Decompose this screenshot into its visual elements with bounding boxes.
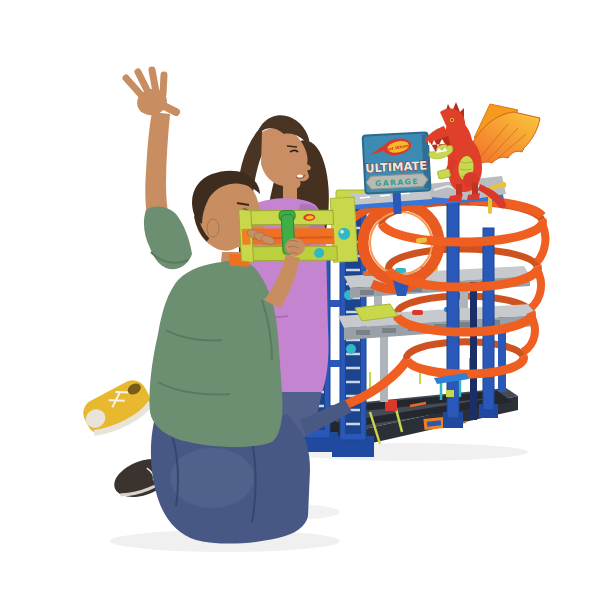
base-hot-wheels-sign: [423, 417, 444, 430]
teal-knob: [346, 344, 356, 354]
crank-knob: [500, 182, 506, 188]
dragon-claw-piece: [437, 169, 450, 179]
scene-illustration: Hot Wheels ULTIMATE GARAGE: [0, 0, 600, 600]
boy-hand-open: [126, 70, 176, 118]
boy-sleeve: [144, 207, 192, 270]
fuel-pump: [446, 390, 454, 397]
pillar-dark: [470, 282, 477, 420]
product-photo-stage: Hot Wheels ULTIMATE GARAGE: [0, 0, 600, 600]
pillar: [483, 228, 494, 410]
girl-head: [256, 115, 311, 189]
boy-shirt: [149, 260, 282, 447]
thumb: [164, 106, 176, 112]
boy-ear: [207, 219, 219, 237]
yellow-sneaker: [78, 375, 155, 439]
girl-teeth: [297, 174, 303, 177]
pillar: [447, 186, 459, 418]
tower-brace: [330, 360, 340, 367]
garage-playset: Hot Wheels ULTIMATE GARAGE: [296, 102, 545, 457]
toy-car: [412, 310, 423, 315]
tower-brace: [330, 300, 340, 307]
sign-banner: GARAGE: [366, 173, 429, 189]
jeans-knee-highlight: [170, 448, 254, 508]
girl-eyebrow: [287, 146, 297, 147]
spiral-arc: [382, 220, 542, 242]
fingers: [126, 70, 164, 96]
dragon-pupil: [451, 119, 453, 121]
